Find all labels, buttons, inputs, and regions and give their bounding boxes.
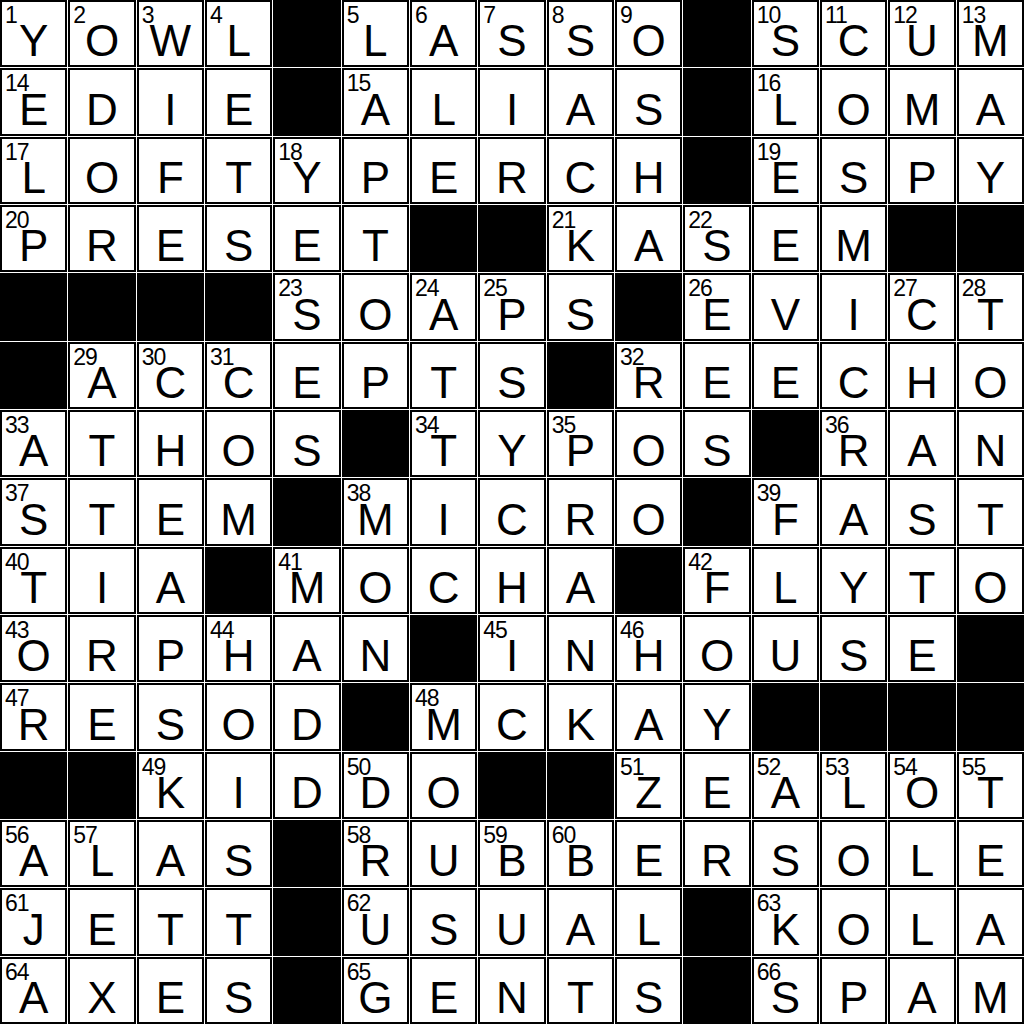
cell-r3c5[interactable]: 18Y [273,137,340,204]
cell-letter: D [275,703,338,747]
cell-r1c15[interactable]: 13M [957,0,1024,67]
cell-r12c15[interactable]: 55T [957,752,1024,819]
cell-letter: F [139,156,202,200]
cell-letter: O [617,19,680,63]
cell-r6c4[interactable]: 31C [205,342,272,409]
cell-letter: N [344,634,407,678]
cell-letter: O [685,634,748,678]
cell-r7c4[interactable]: O [205,410,272,477]
cell-r2c8[interactable]: I [478,68,545,135]
block-r11c13 [820,683,887,750]
cell-letter: C [207,361,270,405]
cell-r15c7[interactable]: E [410,957,477,1024]
cell-letter: O [822,908,885,952]
cell-letter: R [617,361,680,405]
cell-r3c8[interactable]: R [478,137,545,204]
block-r9c10 [615,547,682,614]
cell-letter: O [890,771,953,815]
cell-letter: I [412,498,475,542]
cell-letter: E [754,224,817,268]
cell-r15c13[interactable]: P [820,957,887,1024]
cell-r2c6[interactable]: 15A [342,68,409,135]
block-r4c8 [478,205,545,272]
block-r7c6 [342,410,409,477]
cell-r15c6[interactable]: 65G [342,957,409,1024]
cell-r2c10[interactable]: S [615,68,682,135]
cell-r8c9[interactable]: R [547,478,614,545]
cell-r10c5[interactable]: A [273,615,340,682]
cell-r1c12[interactable]: 10S [752,0,819,67]
cell-r7c7[interactable]: 34T [410,410,477,477]
cell-r1c8[interactable]: 7S [478,0,545,67]
cell-r11c8[interactable]: C [478,683,545,750]
block-r1c11 [683,0,750,67]
cell-r10c14[interactable]: E [888,615,955,682]
cell-r9c2[interactable]: I [68,547,135,614]
cell-letter: K [754,908,817,952]
cell-r13c6[interactable]: 58R [342,820,409,887]
cell-letter: M [344,498,407,542]
cell-letter: W [139,19,202,63]
cell-r6c10[interactable]: 32R [615,342,682,409]
cell-r2c1[interactable]: 14E [0,68,67,135]
cell-r8c2[interactable]: T [68,478,135,545]
cell-r1c3[interactable]: 3W [137,0,204,67]
cell-letter: B [549,839,612,883]
cell-letter: S [890,498,953,542]
cell-letter: Y [480,429,543,473]
cell-letter: T [959,498,1022,542]
cell-r1c1[interactable]: 1Y [0,0,67,67]
cell-r15c10[interactable]: S [615,957,682,1024]
cell-r7c13[interactable]: 36R [820,410,887,477]
cell-letter: E [685,361,748,405]
cell-letter: E [685,771,748,815]
cell-letter: K [139,771,202,815]
cell-r4c2[interactable]: R [68,205,135,272]
cell-r13c8[interactable]: 59B [478,820,545,887]
cell-letter: O [959,361,1022,405]
cell-letter: T [412,429,475,473]
cell-letter: L [754,566,817,610]
cell-letter: L [754,88,817,132]
cell-r8c15[interactable]: T [957,478,1024,545]
block-r12c1 [0,752,67,819]
block-r14c5 [273,888,340,955]
cell-letter: A [344,88,407,132]
cell-letter: A [890,429,953,473]
cell-r15c2[interactable]: X [68,957,135,1024]
cell-r2c9[interactable]: A [547,68,614,135]
cell-r1c13[interactable]: 11C [820,0,887,67]
cell-letter: P [139,634,202,678]
cell-r1c9[interactable]: 8S [547,0,614,67]
cell-r5c11[interactable]: 26E [683,273,750,340]
cell-r7c1[interactable]: 33A [0,410,67,477]
cell-r13c1[interactable]: 56A [0,820,67,887]
cell-letter: M [959,976,1022,1020]
cell-r14c12[interactable]: 63K [752,888,819,955]
cell-letter: S [617,976,680,1020]
cell-r2c4[interactable]: E [205,68,272,135]
cell-r14c7[interactable]: S [410,888,477,955]
cell-r6c2[interactable]: 29A [68,342,135,409]
cell-r10c1[interactable]: 43O [0,615,67,682]
block-r12c9 [547,752,614,819]
cell-letter: H [617,156,680,200]
cell-r3c14[interactable]: P [888,137,955,204]
cell-r2c2[interactable]: D [68,68,135,135]
cell-r6c15[interactable]: O [957,342,1024,409]
cell-r9c8[interactable]: H [478,547,545,614]
cell-r11c4[interactable]: O [205,683,272,750]
cell-r12c14[interactable]: 54O [888,752,955,819]
cell-r11c5[interactable]: D [273,683,340,750]
cell-r9c5[interactable]: 41M [273,547,340,614]
cell-r5c12[interactable]: V [752,273,819,340]
cell-r3c2[interactable]: O [68,137,135,204]
cell-r12c5[interactable]: D [273,752,340,819]
cell-r4c10[interactable]: A [615,205,682,272]
cell-r6c8[interactable]: S [478,342,545,409]
cell-letter: S [822,156,885,200]
cell-r14c8[interactable]: U [478,888,545,955]
cell-r5c8[interactable]: 25P [478,273,545,340]
cell-r2c7[interactable]: L [410,68,477,135]
cell-letter: Z [617,771,680,815]
cell-r15c3[interactable]: E [137,957,204,1024]
cell-r8c13[interactable]: A [820,478,887,545]
cell-letter: S [480,361,543,405]
cell-letter: A [139,566,202,610]
cell-r14c15[interactable]: A [957,888,1024,955]
cell-r11c1[interactable]: 47R [0,683,67,750]
block-r4c15 [957,205,1024,272]
cell-r4c13[interactable]: M [820,205,887,272]
cell-r13c13[interactable]: O [820,820,887,887]
cell-letter: C [549,156,612,200]
cell-letter: A [2,839,65,883]
cell-letter: S [822,634,885,678]
cell-letter: S [207,976,270,1020]
block-r6c9 [547,342,614,409]
cell-r5c13[interactable]: I [820,273,887,340]
cell-letter: O [344,293,407,337]
cell-r6c12[interactable]: E [752,342,819,409]
cell-letter: E [70,703,133,747]
cell-r8c3[interactable]: E [137,478,204,545]
cell-r7c9[interactable]: 35P [547,410,614,477]
cell-r11c2[interactable]: E [68,683,135,750]
cell-r12c7[interactable]: O [410,752,477,819]
cell-r2c15[interactable]: A [957,68,1024,135]
cell-letter: I [139,88,202,132]
cell-r8c6[interactable]: 38M [342,478,409,545]
cell-letter: E [2,88,65,132]
cell-r15c12[interactable]: 66S [752,957,819,1024]
cell-letter: M [207,498,270,542]
cell-r5c7[interactable]: 24A [410,273,477,340]
cell-r4c11[interactable]: 22S [683,205,750,272]
cell-r9c1[interactable]: 40T [0,547,67,614]
cell-r7c14[interactable]: A [888,410,955,477]
cell-letter: S [617,88,680,132]
block-r10c15 [957,615,1024,682]
cell-r9c12[interactable]: L [752,547,819,614]
cell-letter: A [139,839,202,883]
cell-r8c10[interactable]: O [615,478,682,545]
cell-r2c13[interactable]: O [820,68,887,135]
cell-r7c5[interactable]: S [273,410,340,477]
cell-r10c13[interactable]: S [820,615,887,682]
cell-letter: I [480,88,543,132]
cell-r15c14[interactable]: A [888,957,955,1024]
cell-r9c9[interactable]: A [547,547,614,614]
cell-r14c6[interactable]: 62U [342,888,409,955]
block-r4c7 [410,205,477,272]
cell-r13c12[interactable]: S [752,820,819,887]
cell-r9c13[interactable]: Y [820,547,887,614]
cell-letter: U [890,19,953,63]
block-r12c8 [478,752,545,819]
cell-r13c3[interactable]: A [137,820,204,887]
cell-r15c1[interactable]: 64A [0,957,67,1024]
cell-r3c10[interactable]: H [615,137,682,204]
cell-r13c14[interactable]: L [888,820,955,887]
cell-letter: T [959,771,1022,815]
cell-r1c7[interactable]: 6A [410,0,477,67]
cell-r10c4[interactable]: 44H [205,615,272,682]
cell-letter: L [890,908,953,952]
cell-letter: A [2,976,65,1020]
cell-r13c4[interactable]: S [205,820,272,887]
cell-r2c12[interactable]: 16L [752,68,819,135]
cell-r6c13[interactable]: C [820,342,887,409]
cell-letter: S [754,19,817,63]
cell-r9c6[interactable]: O [342,547,409,614]
cell-letter: A [412,293,475,337]
cell-r15c15[interactable]: M [957,957,1024,1024]
cell-r6c3[interactable]: 30C [137,342,204,409]
cell-r2c3[interactable]: I [137,68,204,135]
cell-r1c4[interactable]: 4L [205,0,272,67]
cell-r3c3[interactable]: F [137,137,204,204]
cell-letter: D [275,771,338,815]
cell-r13c11[interactable]: R [683,820,750,887]
cell-r3c4[interactable]: T [205,137,272,204]
cell-r14c13[interactable]: O [820,888,887,955]
cell-letter: O [344,566,407,610]
cell-r4c5[interactable]: E [273,205,340,272]
cell-letter: T [2,566,65,610]
block-r8c5 [273,478,340,545]
cell-r3c6[interactable]: P [342,137,409,204]
cell-letter: F [754,498,817,542]
cell-r1c10[interactable]: 9O [615,0,682,67]
cell-r8c4[interactable]: M [205,478,272,545]
cell-letter: T [959,293,1022,337]
cell-r12c3[interactable]: 49K [137,752,204,819]
cell-r5c14[interactable]: 27C [888,273,955,340]
cell-r4c9[interactable]: 21K [547,205,614,272]
cell-r12c6[interactable]: 50D [342,752,409,819]
cell-r14c1[interactable]: 61J [0,888,67,955]
block-r4c14 [888,205,955,272]
cell-letter: O [207,703,270,747]
cell-r7c2[interactable]: T [68,410,135,477]
cell-r9c11[interactable]: 42F [683,547,750,614]
cell-letter: O [822,839,885,883]
cell-r6c7[interactable]: T [410,342,477,409]
cell-r4c4[interactable]: S [205,205,272,272]
block-r9c4 [205,547,272,614]
cell-letter: S [412,908,475,952]
cell-r15c4[interactable]: S [205,957,272,1024]
cell-r8c14[interactable]: S [888,478,955,545]
cell-r11c11[interactable]: Y [683,683,750,750]
cell-letter: R [2,703,65,747]
cell-r9c14[interactable]: T [888,547,955,614]
cell-r12c10[interactable]: 51Z [615,752,682,819]
cell-r14c10[interactable]: L [615,888,682,955]
cell-r9c7[interactable]: C [410,547,477,614]
cell-letter: P [344,361,407,405]
cell-r6c14[interactable]: H [888,342,955,409]
cell-r1c6[interactable]: 5L [342,0,409,67]
cell-r4c3[interactable]: E [137,205,204,272]
cell-r8c12[interactable]: 39F [752,478,819,545]
cell-r3c15[interactable]: Y [957,137,1024,204]
cell-r6c6[interactable]: P [342,342,409,409]
cell-r9c3[interactable]: A [137,547,204,614]
cell-r15c9[interactable]: T [547,957,614,1024]
cell-r14c2[interactable]: E [68,888,135,955]
cell-letter: K [549,224,612,268]
cell-r3c13[interactable]: S [820,137,887,204]
cell-letter: T [70,429,133,473]
cell-r5c15[interactable]: 28T [957,273,1024,340]
cell-r6c11[interactable]: E [683,342,750,409]
cell-letter: E [890,634,953,678]
cell-r8c1[interactable]: 37S [0,478,67,545]
cell-r10c10[interactable]: 46H [615,615,682,682]
cell-r14c9[interactable]: A [547,888,614,955]
cell-r1c2[interactable]: 2O [68,0,135,67]
cell-r13c9[interactable]: 60B [547,820,614,887]
cell-letter: S [2,498,65,542]
cell-letter: I [822,293,885,337]
cell-r6c5[interactable]: E [273,342,340,409]
cell-r5c6[interactable]: O [342,273,409,340]
cell-letter: A [2,429,65,473]
cell-letter: C [890,293,953,337]
cell-r4c1[interactable]: 20P [0,205,67,272]
cell-letter: S [754,839,817,883]
cell-letter: E [70,908,133,952]
cell-letter: S [549,19,612,63]
cell-r10c2[interactable]: R [68,615,135,682]
cell-letter: L [412,88,475,132]
cell-letter: U [344,908,407,952]
cell-letter: R [480,156,543,200]
cell-r12c12[interactable]: 52A [752,752,819,819]
cell-r13c7[interactable]: U [410,820,477,887]
cell-r13c10[interactable]: E [615,820,682,887]
cell-r3c7[interactable]: E [410,137,477,204]
cell-r7c8[interactable]: Y [478,410,545,477]
cell-r7c15[interactable]: N [957,410,1024,477]
crossword-grid: 1Y2O3W4L5L6A7S8S9O10S11C12U13M14EDIE15AL… [0,0,1024,1024]
cell-r7c11[interactable]: S [683,410,750,477]
cell-r5c9[interactable]: S [547,273,614,340]
cell-r12c11[interactable]: E [683,752,750,819]
cell-letter: P [480,293,543,337]
cell-r3c12[interactable]: 19E [752,137,819,204]
cell-r10c3[interactable]: P [137,615,204,682]
cell-r15c8[interactable]: N [478,957,545,1024]
cell-r11c10[interactable]: A [615,683,682,750]
block-r11c6 [342,683,409,750]
cell-letter: L [344,19,407,63]
cell-r11c7[interactable]: 48M [410,683,477,750]
cell-r14c3[interactable]: T [137,888,204,955]
block-r6c1 [0,342,67,409]
cell-r9c15[interactable]: O [957,547,1024,614]
block-r8c11 [683,478,750,545]
cell-r10c6[interactable]: N [342,615,409,682]
cell-letter: U [480,908,543,952]
cell-letter: S [754,976,817,1020]
cell-r14c4[interactable]: T [205,888,272,955]
block-r5c10 [615,273,682,340]
cell-r10c11[interactable]: O [683,615,750,682]
cell-r1c14[interactable]: 12U [888,0,955,67]
cell-r7c3[interactable]: H [137,410,204,477]
cell-r10c8[interactable]: 45I [478,615,545,682]
cell-letter: C [480,498,543,542]
cell-r4c12[interactable]: E [752,205,819,272]
cell-letter: T [70,498,133,542]
cell-r13c15[interactable]: E [957,820,1024,887]
cell-r12c13[interactable]: 53L [820,752,887,819]
cell-r11c9[interactable]: K [547,683,614,750]
cell-r12c4[interactable]: I [205,752,272,819]
cell-letter: S [139,703,202,747]
cell-letter: A [70,361,133,405]
cell-r11c3[interactable]: S [137,683,204,750]
cell-r8c7[interactable]: I [410,478,477,545]
cell-r2c14[interactable]: M [888,68,955,135]
cell-letter: Y [822,566,885,610]
cell-r3c1[interactable]: 17L [0,137,67,204]
cell-r3c9[interactable]: C [547,137,614,204]
cell-r14c14[interactable]: L [888,888,955,955]
cell-r13c2[interactable]: 57L [68,820,135,887]
cell-r8c8[interactable]: C [478,478,545,545]
cell-r10c9[interactable]: N [547,615,614,682]
cell-letter: Y [275,156,338,200]
cell-letter: A [754,771,817,815]
cell-r7c10[interactable]: O [615,410,682,477]
cell-letter: S [207,839,270,883]
cell-letter: O [822,88,885,132]
cell-r5c5[interactable]: 23S [273,273,340,340]
block-r5c3 [137,273,204,340]
cell-letter: R [549,498,612,542]
cell-r10c12[interactable]: U [752,615,819,682]
cell-r4c6[interactable]: T [342,205,409,272]
block-r1c5 [273,0,340,67]
